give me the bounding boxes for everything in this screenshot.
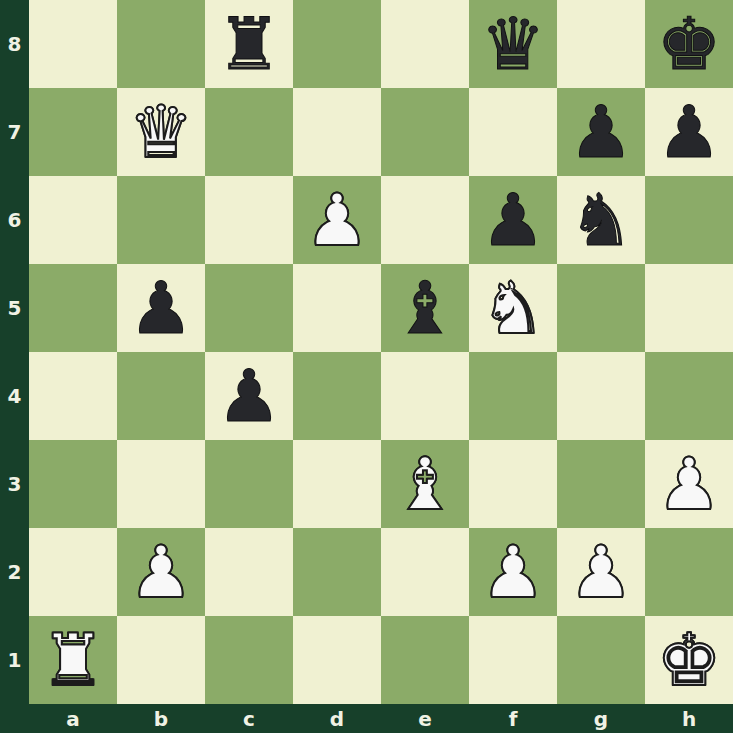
square-d6[interactable]: ♟ bbox=[293, 176, 381, 264]
piece-white-bishop[interactable]: ♝ bbox=[393, 440, 458, 528]
square-g4[interactable] bbox=[557, 352, 645, 440]
square-a2[interactable] bbox=[29, 528, 117, 616]
square-c5[interactable] bbox=[205, 264, 293, 352]
square-c3[interactable] bbox=[205, 440, 293, 528]
piece-white-knight[interactable]: ♞ bbox=[481, 264, 546, 352]
square-g2[interactable]: ♟ bbox=[557, 528, 645, 616]
piece-black-queen[interactable]: ♛ bbox=[481, 0, 546, 88]
file-label-e: e bbox=[381, 704, 469, 733]
piece-black-pawn[interactable]: ♟ bbox=[481, 176, 546, 264]
square-b7[interactable]: ♛ bbox=[117, 88, 205, 176]
square-d8[interactable] bbox=[293, 0, 381, 88]
piece-black-king[interactable]: ♚ bbox=[657, 0, 722, 88]
square-d1[interactable] bbox=[293, 616, 381, 704]
file-label-b: b bbox=[117, 704, 205, 733]
square-h6[interactable] bbox=[645, 176, 733, 264]
square-c1[interactable] bbox=[205, 616, 293, 704]
square-f8[interactable]: ♛ bbox=[469, 0, 557, 88]
file-label-d: d bbox=[293, 704, 381, 733]
piece-white-pawn[interactable]: ♟ bbox=[569, 528, 634, 616]
square-f5[interactable]: ♞ bbox=[469, 264, 557, 352]
square-a8[interactable] bbox=[29, 0, 117, 88]
square-e3[interactable]: ♝ bbox=[381, 440, 469, 528]
rank-label-2: 2 bbox=[0, 528, 29, 616]
piece-white-pawn[interactable]: ♟ bbox=[305, 176, 370, 264]
rank-label-3: 3 bbox=[0, 440, 29, 528]
piece-black-pawn[interactable]: ♟ bbox=[129, 264, 194, 352]
file-label-f: f bbox=[469, 704, 557, 733]
square-b4[interactable] bbox=[117, 352, 205, 440]
square-c7[interactable] bbox=[205, 88, 293, 176]
square-a5[interactable] bbox=[29, 264, 117, 352]
piece-black-bishop[interactable]: ♝ bbox=[393, 264, 458, 352]
square-a4[interactable] bbox=[29, 352, 117, 440]
square-g5[interactable] bbox=[557, 264, 645, 352]
chess-board: 87654321 ♜♛♚♛♟♟♟♟♞♟♝♞♟♝♟♟♟♟♜♚ abcdefgh bbox=[0, 0, 733, 733]
piece-white-pawn[interactable]: ♟ bbox=[129, 528, 194, 616]
piece-black-pawn[interactable]: ♟ bbox=[569, 88, 634, 176]
square-d7[interactable] bbox=[293, 88, 381, 176]
rank-label-8: 8 bbox=[0, 0, 29, 88]
square-f4[interactable] bbox=[469, 352, 557, 440]
file-label-g: g bbox=[557, 704, 645, 733]
square-h4[interactable] bbox=[645, 352, 733, 440]
square-h2[interactable] bbox=[645, 528, 733, 616]
file-label-h: h bbox=[645, 704, 733, 733]
square-g8[interactable] bbox=[557, 0, 645, 88]
square-e6[interactable] bbox=[381, 176, 469, 264]
rank-label-6: 6 bbox=[0, 176, 29, 264]
square-c6[interactable] bbox=[205, 176, 293, 264]
square-f6[interactable]: ♟ bbox=[469, 176, 557, 264]
square-d3[interactable] bbox=[293, 440, 381, 528]
square-b6[interactable] bbox=[117, 176, 205, 264]
rank-label-5: 5 bbox=[0, 264, 29, 352]
square-c8[interactable]: ♜ bbox=[205, 0, 293, 88]
square-e8[interactable] bbox=[381, 0, 469, 88]
square-f1[interactable] bbox=[469, 616, 557, 704]
square-c4[interactable]: ♟ bbox=[205, 352, 293, 440]
square-e7[interactable] bbox=[381, 88, 469, 176]
square-e1[interactable] bbox=[381, 616, 469, 704]
square-b1[interactable] bbox=[117, 616, 205, 704]
piece-black-rook[interactable]: ♜ bbox=[217, 0, 282, 88]
piece-white-pawn[interactable]: ♟ bbox=[481, 528, 546, 616]
file-label-c: c bbox=[205, 704, 293, 733]
square-g7[interactable]: ♟ bbox=[557, 88, 645, 176]
square-f7[interactable] bbox=[469, 88, 557, 176]
file-labels: abcdefgh bbox=[29, 704, 733, 733]
square-e4[interactable] bbox=[381, 352, 469, 440]
piece-black-pawn[interactable]: ♟ bbox=[217, 352, 282, 440]
square-b3[interactable] bbox=[117, 440, 205, 528]
square-e2[interactable] bbox=[381, 528, 469, 616]
piece-black-pawn[interactable]: ♟ bbox=[657, 88, 722, 176]
square-b8[interactable] bbox=[117, 0, 205, 88]
rank-labels: 87654321 bbox=[0, 0, 29, 704]
square-g1[interactable] bbox=[557, 616, 645, 704]
square-b5[interactable]: ♟ bbox=[117, 264, 205, 352]
square-h1[interactable]: ♚ bbox=[645, 616, 733, 704]
square-g3[interactable] bbox=[557, 440, 645, 528]
square-a7[interactable] bbox=[29, 88, 117, 176]
piece-white-queen[interactable]: ♛ bbox=[129, 88, 194, 176]
board-grid: ♜♛♚♛♟♟♟♟♞♟♝♞♟♝♟♟♟♟♜♚ bbox=[29, 0, 733, 704]
rank-label-4: 4 bbox=[0, 352, 29, 440]
rank-label-7: 7 bbox=[0, 88, 29, 176]
square-b2[interactable]: ♟ bbox=[117, 528, 205, 616]
square-h5[interactable] bbox=[645, 264, 733, 352]
square-h8[interactable]: ♚ bbox=[645, 0, 733, 88]
rank-label-1: 1 bbox=[0, 616, 29, 704]
square-c2[interactable] bbox=[205, 528, 293, 616]
square-a6[interactable] bbox=[29, 176, 117, 264]
piece-black-knight[interactable]: ♞ bbox=[569, 176, 634, 264]
piece-white-rook[interactable]: ♜ bbox=[41, 616, 106, 704]
square-f3[interactable] bbox=[469, 440, 557, 528]
square-h3[interactable]: ♟ bbox=[645, 440, 733, 528]
square-g6[interactable]: ♞ bbox=[557, 176, 645, 264]
square-e5[interactable]: ♝ bbox=[381, 264, 469, 352]
square-d2[interactable] bbox=[293, 528, 381, 616]
piece-white-king[interactable]: ♚ bbox=[657, 616, 722, 704]
square-d4[interactable] bbox=[293, 352, 381, 440]
file-label-a: a bbox=[29, 704, 117, 733]
square-a1[interactable]: ♜ bbox=[29, 616, 117, 704]
square-h7[interactable]: ♟ bbox=[645, 88, 733, 176]
square-a3[interactable] bbox=[29, 440, 117, 528]
square-d5[interactable] bbox=[293, 264, 381, 352]
piece-white-pawn[interactable]: ♟ bbox=[657, 440, 722, 528]
square-f2[interactable]: ♟ bbox=[469, 528, 557, 616]
